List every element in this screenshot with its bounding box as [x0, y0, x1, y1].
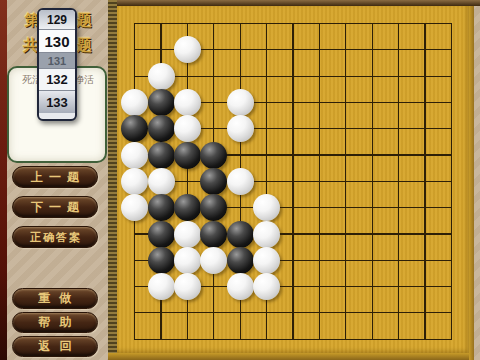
white-stone[interactable] [148, 168, 175, 195]
problem-number-picker[interactable]: 129 130 131 132 133 [37, 8, 77, 121]
correct-answer-button[interactable]: 正确答案 [12, 226, 98, 248]
white-stone[interactable] [121, 89, 148, 116]
white-stone[interactable] [121, 168, 148, 195]
total-prefix-label: 共 [23, 36, 38, 55]
board-right-edge [469, 6, 474, 360]
white-stone[interactable] [174, 247, 201, 274]
board-left-edge [108, 0, 117, 360]
go-board-grid[interactable] [134, 23, 452, 340]
black-stone[interactable] [227, 221, 254, 248]
white-stone[interactable] [200, 247, 227, 274]
white-stone[interactable] [227, 89, 254, 116]
picker-item-133[interactable]: 133 [39, 90, 75, 113]
board-bottom-edge [108, 353, 474, 360]
picker-item-130[interactable]: 130 [39, 29, 75, 52]
white-stone[interactable] [253, 273, 280, 300]
help-button[interactable]: 帮助 [12, 312, 98, 333]
white-stone[interactable] [174, 89, 201, 116]
black-stone[interactable] [200, 142, 227, 169]
back-button[interactable]: 返回 [12, 336, 98, 357]
white-stone[interactable] [253, 221, 280, 248]
white-stone[interactable] [227, 168, 254, 195]
white-stone[interactable] [148, 63, 175, 90]
white-stone[interactable] [121, 194, 148, 221]
picker-item-129[interactable]: 129 [39, 10, 75, 29]
black-stone[interactable] [148, 194, 175, 221]
total-suffix-label: 题 [77, 36, 92, 55]
white-stone[interactable] [253, 194, 280, 221]
white-stone[interactable] [174, 221, 201, 248]
white-stone[interactable] [227, 115, 254, 142]
black-stone[interactable] [200, 221, 227, 248]
white-stone[interactable] [174, 273, 201, 300]
black-stone[interactable] [174, 194, 201, 221]
redo-button[interactable]: 重做 [12, 288, 98, 309]
white-stone[interactable] [121, 142, 148, 169]
white-stone[interactable] [148, 273, 175, 300]
black-stone[interactable] [200, 168, 227, 195]
picker-item-131-selected[interactable]: 131 [39, 52, 75, 68]
black-stone[interactable] [174, 142, 201, 169]
white-stone[interactable] [174, 115, 201, 142]
go-board [117, 6, 469, 353]
previous-problem-button[interactable]: 上一题 [12, 166, 98, 188]
next-problem-button[interactable]: 下一题 [12, 196, 98, 218]
black-stone[interactable] [148, 221, 175, 248]
problem-suffix-label: 题 [77, 11, 92, 30]
black-stone[interactable] [121, 115, 148, 142]
app-window: 第 题 共 题 题 死活 净活 129 130 131 132 133 上一题 … [0, 0, 480, 360]
black-stone[interactable] [148, 142, 175, 169]
problem-goal-text: 净活 [74, 73, 94, 87]
black-stone[interactable] [200, 194, 227, 221]
picker-item-132[interactable]: 132 [39, 68, 75, 90]
black-stone[interactable] [148, 247, 175, 274]
black-stone[interactable] [148, 89, 175, 116]
black-stone[interactable] [148, 115, 175, 142]
white-stone[interactable] [227, 273, 254, 300]
black-stone[interactable] [227, 247, 254, 274]
white-stone[interactable] [174, 36, 201, 63]
left-edge-strip [0, 0, 7, 360]
white-stone[interactable] [253, 247, 280, 274]
